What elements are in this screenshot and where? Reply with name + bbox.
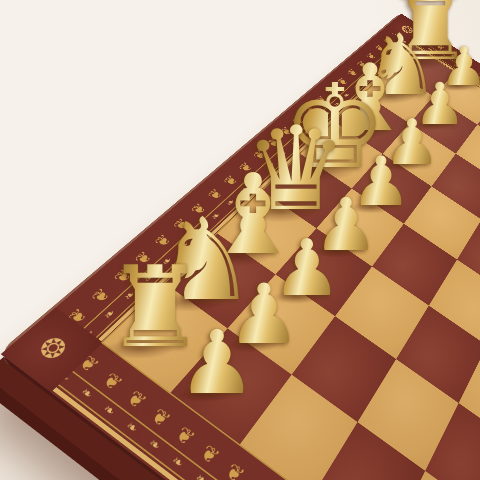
- pieces-layer: ♜♞♝♛♚♝♞♜♟♟♟♟♟♟♟♟: [0, 0, 480, 480]
- chessboard-photo: ❦ ❦ ❦ ❦ ❦ ❦ ❦ ❦ ❦ ❦ ❦ ❦ ❦ ❦ ❦ ❦ ❦ ❦ ❦ ❦ …: [0, 0, 480, 480]
- piece-white-pawn-a2[interactable]: ♟: [178, 319, 257, 407]
